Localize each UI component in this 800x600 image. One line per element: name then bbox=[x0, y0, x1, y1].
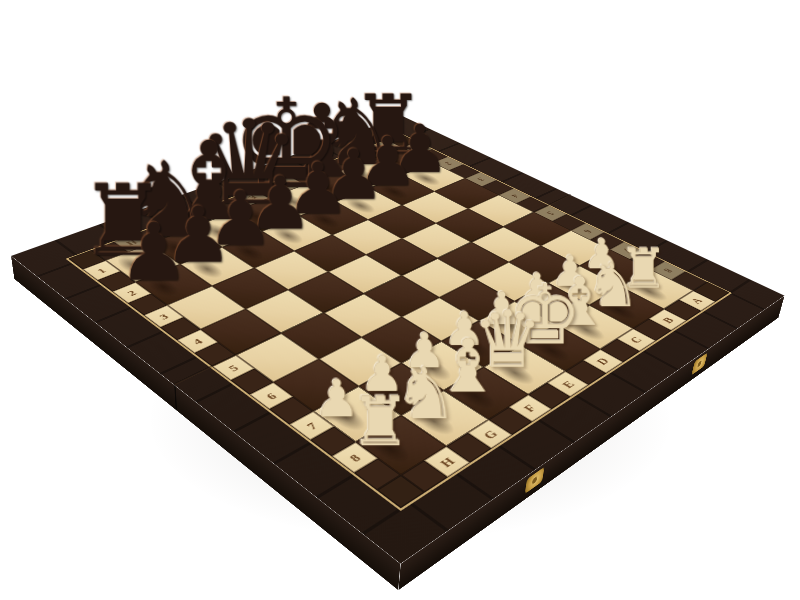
photo-background: 12345678 ABCDEFGH 12345678 ABCDEFGH ♜♟♟♜… bbox=[0, 0, 800, 600]
chess-board: 12345678 ABCDEFGH 12345678 ABCDEFGH ♜♟♟♜… bbox=[11, 116, 785, 564]
coordinate-label: 3 bbox=[157, 312, 171, 321]
fold-seam-side bbox=[174, 385, 177, 411]
coordinate-label: 5 bbox=[226, 363, 241, 373]
coordinate-label: F bbox=[521, 403, 539, 414]
chess-set-scene: 12345678 ABCDEFGH 12345678 ABCDEFGH ♜♟♟♜… bbox=[109, 0, 694, 569]
coordinate-label: G bbox=[480, 427, 500, 440]
coordinate-label: 4 bbox=[190, 337, 205, 346]
coordinate-label: H bbox=[437, 455, 458, 469]
black-pawn[interactable]: ♟ bbox=[70, 213, 238, 293]
white-rook[interactable]: ♜ bbox=[280, 389, 481, 457]
